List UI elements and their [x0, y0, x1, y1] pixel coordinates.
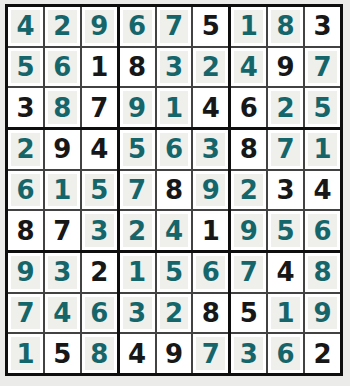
cell-r3c1[interactable]: 3 — [8, 88, 43, 127]
cell-r7c9[interactable]: 8 — [305, 253, 340, 292]
cell-r1c8[interactable]: 8 — [268, 7, 303, 46]
sudoku-board: 4295613876758329141834976252946158735637… — [5, 4, 343, 376]
cell-r9c8[interactable]: 6 — [268, 334, 303, 373]
cell-r9c2[interactable]: 5 — [45, 334, 80, 373]
cell-r1c2[interactable]: 2 — [45, 7, 80, 46]
cell-r5c2[interactable]: 1 — [45, 171, 80, 210]
cell-r8c9[interactable]: 9 — [305, 294, 340, 333]
cell-r8c3[interactable]: 6 — [82, 294, 117, 333]
cell-r6c4[interactable]: 2 — [120, 211, 155, 250]
cell-r3c2[interactable]: 8 — [45, 88, 80, 127]
cell-r9c6[interactable]: 7 — [193, 334, 228, 373]
cell-r4c9[interactable]: 1 — [305, 130, 340, 169]
cell-r7c4[interactable]: 1 — [120, 253, 155, 292]
cell-r1c6[interactable]: 5 — [193, 7, 228, 46]
cell-r2c9[interactable]: 7 — [305, 48, 340, 87]
cell-r2c4[interactable]: 8 — [120, 48, 155, 87]
cell-r5c6[interactable]: 9 — [193, 171, 228, 210]
cell-r9c1[interactable]: 1 — [8, 334, 43, 373]
cell-r6c9[interactable]: 6 — [305, 211, 340, 250]
cell-r4c6[interactable]: 3 — [193, 130, 228, 169]
cell-r8c7[interactable]: 5 — [231, 294, 266, 333]
cell-r7c1[interactable]: 9 — [8, 253, 43, 292]
box-3-1: 932746158 — [8, 253, 117, 373]
cell-r5c4[interactable]: 7 — [120, 171, 155, 210]
cell-r6c2[interactable]: 7 — [45, 211, 80, 250]
cell-r4c4[interactable]: 5 — [120, 130, 155, 169]
cell-r5c5[interactable]: 8 — [157, 171, 192, 210]
cell-r9c9[interactable]: 2 — [305, 334, 340, 373]
cell-r3c6[interactable]: 4 — [193, 88, 228, 127]
cell-r6c8[interactable]: 5 — [268, 211, 303, 250]
sudoku-page: 4295613876758329141834976252946158735637… — [0, 0, 350, 386]
cell-r2c2[interactable]: 6 — [45, 48, 80, 87]
box-1-3: 183497625 — [231, 7, 340, 127]
cell-r8c5[interactable]: 2 — [157, 294, 192, 333]
cell-r3c3[interactable]: 7 — [82, 88, 117, 127]
cell-r3c5[interactable]: 1 — [157, 88, 192, 127]
cell-r4c1[interactable]: 2 — [8, 130, 43, 169]
cell-r8c2[interactable]: 4 — [45, 294, 80, 333]
cell-r3c8[interactable]: 2 — [268, 88, 303, 127]
cell-r1c1[interactable]: 4 — [8, 7, 43, 46]
box-2-1: 294615873 — [8, 130, 117, 250]
box-1-2: 675832914 — [120, 7, 229, 127]
cell-r5c9[interactable]: 4 — [305, 171, 340, 210]
cell-r4c2[interactable]: 9 — [45, 130, 80, 169]
cell-r5c3[interactable]: 5 — [82, 171, 117, 210]
cell-r7c3[interactable]: 2 — [82, 253, 117, 292]
cell-r2c3[interactable]: 1 — [82, 48, 117, 87]
cell-r5c8[interactable]: 3 — [268, 171, 303, 210]
cell-r8c6[interactable]: 8 — [193, 294, 228, 333]
cell-r7c7[interactable]: 7 — [231, 253, 266, 292]
cell-r7c5[interactable]: 5 — [157, 253, 192, 292]
cell-r6c7[interactable]: 9 — [231, 211, 266, 250]
cell-r8c4[interactable]: 3 — [120, 294, 155, 333]
cell-r3c4[interactable]: 9 — [120, 88, 155, 127]
box-2-3: 871234956 — [231, 130, 340, 250]
cell-r4c5[interactable]: 6 — [157, 130, 192, 169]
box-2-2: 563789241 — [120, 130, 229, 250]
cell-r4c7[interactable]: 8 — [231, 130, 266, 169]
cell-r2c5[interactable]: 3 — [157, 48, 192, 87]
cell-r9c7[interactable]: 3 — [231, 334, 266, 373]
cell-r5c1[interactable]: 6 — [8, 171, 43, 210]
cell-r3c9[interactable]: 5 — [305, 88, 340, 127]
cell-r7c8[interactable]: 4 — [268, 253, 303, 292]
cell-r3c7[interactable]: 6 — [231, 88, 266, 127]
cell-r1c3[interactable]: 9 — [82, 7, 117, 46]
cell-r5c7[interactable]: 2 — [231, 171, 266, 210]
cell-r6c6[interactable]: 1 — [193, 211, 228, 250]
cell-r9c5[interactable]: 9 — [157, 334, 192, 373]
cell-r9c3[interactable]: 8 — [82, 334, 117, 373]
cell-r2c1[interactable]: 5 — [8, 48, 43, 87]
cell-r9c4[interactable]: 4 — [120, 334, 155, 373]
box-3-2: 156328497 — [120, 253, 229, 373]
cell-r2c6[interactable]: 2 — [193, 48, 228, 87]
cell-r1c5[interactable]: 7 — [157, 7, 192, 46]
cell-r2c8[interactable]: 9 — [268, 48, 303, 87]
cell-r4c3[interactable]: 4 — [82, 130, 117, 169]
cell-r6c3[interactable]: 3 — [82, 211, 117, 250]
cell-r8c8[interactable]: 1 — [268, 294, 303, 333]
cell-r7c6[interactable]: 6 — [193, 253, 228, 292]
cell-r1c4[interactable]: 6 — [120, 7, 155, 46]
box-3-3: 748519362 — [231, 253, 340, 373]
box-1-1: 429561387 — [8, 7, 117, 127]
cell-r8c1[interactable]: 7 — [8, 294, 43, 333]
cell-r6c1[interactable]: 8 — [8, 211, 43, 250]
cell-r4c8[interactable]: 7 — [268, 130, 303, 169]
cell-r1c9[interactable]: 3 — [305, 7, 340, 46]
cell-r7c2[interactable]: 3 — [45, 253, 80, 292]
cell-r1c7[interactable]: 1 — [231, 7, 266, 46]
cell-r6c5[interactable]: 4 — [157, 211, 192, 250]
cell-r2c7[interactable]: 4 — [231, 48, 266, 87]
